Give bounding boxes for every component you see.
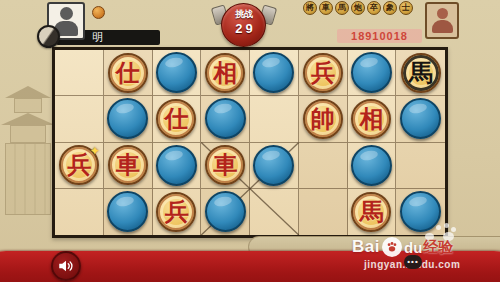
red-piece-仕[interactable]: 仕 xyxy=(108,53,148,93)
piece-character: 車 xyxy=(213,153,237,177)
left-player-name: 明 xyxy=(92,31,103,43)
pagoda-roof xyxy=(1,113,55,125)
right-player-id-bar: 18910018 xyxy=(337,29,422,43)
hidden-piece[interactable] xyxy=(205,98,246,139)
board-cell-r3c8[interactable] xyxy=(396,143,445,189)
board-cell-r4c2[interactable] xyxy=(104,189,153,235)
piece-type-icon-將: 將 xyxy=(303,1,317,15)
board-cell-r3c5[interactable] xyxy=(250,143,299,189)
piece-type-icon-卒: 卒 xyxy=(367,1,381,15)
red-piece-車[interactable]: 車 xyxy=(108,145,148,185)
red-piece-仕[interactable]: 仕 xyxy=(156,99,196,139)
person-icon xyxy=(60,7,73,20)
red-piece-相[interactable]: 相 xyxy=(205,53,245,93)
board-cell-r4c6[interactable] xyxy=(299,189,348,235)
piece-type-icon-馬: 馬 xyxy=(335,1,349,15)
board-cell-r4c5[interactable] xyxy=(250,189,299,235)
red-piece-車[interactable]: 車 xyxy=(205,145,245,185)
board-cell-r1c3[interactable] xyxy=(153,50,202,96)
board-cell-r2c7[interactable]: 相 xyxy=(348,96,397,142)
board-cell-r1c5[interactable] xyxy=(250,50,299,96)
board-cell-r3c4[interactable]: 車 xyxy=(201,143,250,189)
board-cell-r4c3[interactable]: 兵 xyxy=(153,189,202,235)
watermark-jingyan-text: 经验 xyxy=(423,238,453,257)
hidden-piece[interactable] xyxy=(400,98,441,139)
piece-type-icon-炮: 炮 xyxy=(351,1,365,15)
board-cell-r2c5[interactable] xyxy=(250,96,299,142)
board-cell-r3c1[interactable]: 兵✦ xyxy=(55,143,104,189)
board-cell-r1c6[interactable]: 兵 xyxy=(299,50,348,96)
chat-bubble-icon: ••• xyxy=(404,255,422,269)
red-piece-馬[interactable]: 馬 xyxy=(351,192,391,232)
side-indicator-icon xyxy=(37,25,60,48)
red-piece-兵[interactable]: 兵 xyxy=(156,192,196,232)
hidden-piece[interactable] xyxy=(156,52,197,93)
watermark-brand: Bai du 经验 xyxy=(352,237,460,257)
board-cell-r1c7[interactable] xyxy=(348,50,397,96)
hidden-piece[interactable] xyxy=(107,98,148,139)
black-piece-馬[interactable]: 馬 xyxy=(401,53,441,93)
board-cell-r2c3[interactable]: 仕 xyxy=(153,96,202,142)
person-icon xyxy=(432,20,453,33)
board-grid: 仕相兵馬仕帥相兵✦車車兵馬 xyxy=(55,50,445,235)
speaker-icon xyxy=(57,257,75,275)
challenge-level-number: 29 xyxy=(217,21,274,36)
board-cell-r2c6[interactable]: 帥 xyxy=(299,96,348,142)
last-move-star-icon: ✦ xyxy=(90,144,100,158)
hidden-piece[interactable] xyxy=(253,145,294,186)
baidu-jingyan-watermark: Bai du 经验 jingyan.baidu.com ••• xyxy=(352,237,460,270)
piece-character: 相 xyxy=(359,107,383,131)
piece-type-icon-士: 士 xyxy=(399,1,413,15)
piece-character: 仕 xyxy=(116,61,140,85)
board-cell-r3c2[interactable]: 車 xyxy=(104,143,153,189)
red-piece-帥[interactable]: 帥 xyxy=(303,99,343,139)
pagoda-body xyxy=(14,98,42,113)
coin-icon xyxy=(92,6,105,19)
board-cell-r3c7[interactable] xyxy=(348,143,397,189)
challenge-level-badge: 挑战 29 xyxy=(214,0,274,48)
hidden-piece[interactable] xyxy=(205,191,246,232)
board-cell-r3c3[interactable] xyxy=(153,143,202,189)
hidden-piece[interactable] xyxy=(351,52,392,93)
piece-character: 馬 xyxy=(359,200,383,224)
pagoda-base xyxy=(5,143,51,215)
hidden-piece[interactable] xyxy=(156,145,197,186)
piece-character: 兵 xyxy=(164,200,188,224)
piece-type-icon-象: 象 xyxy=(383,1,397,15)
challenge-label: 挑战 xyxy=(214,8,274,21)
board-cell-r3c6[interactable] xyxy=(299,143,348,189)
piece-type-icon-車: 車 xyxy=(319,1,333,15)
piece-character: 兵 xyxy=(67,153,91,177)
red-piece-兵[interactable]: 兵 xyxy=(303,53,343,93)
piece-character: 馬 xyxy=(409,61,433,85)
captured-tray: 將車馬炮卒象士 xyxy=(303,1,413,16)
board-cell-r1c8[interactable]: 馬 xyxy=(396,50,445,96)
watermark-du-text: du xyxy=(404,239,422,256)
board: 仕相兵馬仕帥相兵✦車車兵馬 xyxy=(52,47,448,238)
paw-icon xyxy=(382,237,402,257)
board-cell-r2c4[interactable] xyxy=(201,96,250,142)
right-player-id: 18910018 xyxy=(351,30,408,42)
pagoda-body xyxy=(10,125,46,143)
right-player-avatar[interactable] xyxy=(425,2,459,39)
board-cell-r1c4[interactable]: 相 xyxy=(201,50,250,96)
game-screen: 明 挑战 29 將車馬炮卒象士 18910018 仕相兵馬仕帥相兵✦車車兵馬 xyxy=(0,0,500,282)
board-cell-r4c1[interactable] xyxy=(55,189,104,235)
board-cell-r1c2[interactable]: 仕 xyxy=(104,50,153,96)
board-cell-r4c7[interactable]: 馬 xyxy=(348,189,397,235)
person-icon xyxy=(437,8,448,19)
hidden-piece[interactable] xyxy=(107,191,148,232)
board-cell-r4c4[interactable] xyxy=(201,189,250,235)
board-cell-r2c2[interactable] xyxy=(104,96,153,142)
board-cell-r1c1[interactable] xyxy=(55,50,104,96)
board-cell-r2c8[interactable] xyxy=(396,96,445,142)
board-cell-r2c1[interactable] xyxy=(55,96,104,142)
hidden-piece[interactable] xyxy=(253,52,294,93)
hidden-piece[interactable] xyxy=(351,145,392,186)
watermark-bai-text: Bai xyxy=(352,237,380,257)
piece-character: 相 xyxy=(213,61,237,85)
piece-character: 仕 xyxy=(164,107,188,131)
piece-character: 車 xyxy=(116,153,140,177)
pagoda-roof xyxy=(5,86,51,98)
red-piece-相[interactable]: 相 xyxy=(351,99,391,139)
background-pagoda-art xyxy=(0,86,56,238)
piece-character: 兵 xyxy=(311,61,335,85)
sound-button[interactable] xyxy=(51,251,81,281)
piece-character: 帥 xyxy=(311,107,335,131)
watermark-url-row: jingyan.baidu.com ••• xyxy=(352,259,460,270)
